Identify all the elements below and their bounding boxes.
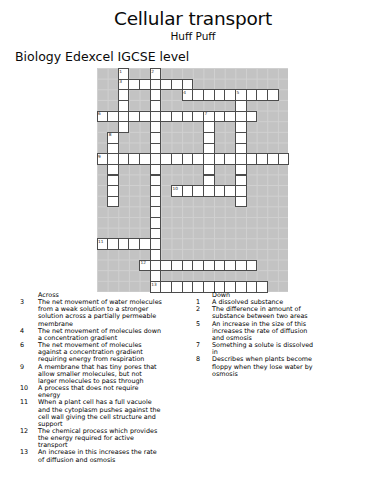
down-clues-section: Down 1A dissolved substance2The differen… [196, 292, 318, 378]
clue: 10A process that does not require energy [20, 385, 162, 399]
cell-number: 12 [141, 260, 146, 265]
grid-cell[interactable] [256, 281, 268, 293]
clue: 11When a plant cell has a full vacuole a… [20, 399, 162, 428]
clue: 8Describes when plants become floppy whe… [196, 356, 318, 377]
cell-number: 2 [151, 69, 154, 74]
clue-text: The net movement of molecules down a con… [38, 328, 162, 342]
worksheet-page: { "header": { "title": "Cellular transpo… [0, 0, 386, 500]
clue-number: 5 [196, 321, 212, 342]
clue: 2The difference in amount of substance b… [196, 306, 318, 320]
page-subtitle: Huff Puff [0, 30, 386, 42]
clue: 9A membrane that has tiny pores that all… [20, 364, 162, 385]
cell-number: 11 [98, 239, 103, 244]
clue-number: 6 [20, 342, 38, 363]
level-label: Biology Edexcel IGCSE level [15, 50, 189, 64]
clue-number: 11 [20, 399, 38, 428]
across-clues-section: Across 3The net movement of water molecu… [20, 292, 162, 464]
clue: 4The net movement of molecules down a co… [20, 328, 162, 342]
clue-text: The difference in amount of substance be… [212, 306, 318, 320]
cell-number: 10 [173, 186, 178, 191]
grid-cell[interactable] [246, 260, 258, 272]
clue-text: The chemical process which provides the … [38, 428, 162, 449]
cell-number: 1 [119, 69, 122, 74]
crossword-grid: 12345678910111213 [97, 68, 289, 292]
clue-text: The net movement of molecules against a … [38, 342, 162, 363]
cell-number: 4 [183, 90, 186, 95]
clue: 5An increase in the size of this increas… [196, 321, 318, 342]
clue-text: A membrane that has tiny pores that allo… [38, 364, 162, 385]
clue-text: An increase in the size of this increase… [212, 321, 318, 342]
clue-number: 9 [20, 364, 38, 385]
clue-number: 13 [20, 449, 38, 463]
clue-number: 3 [20, 299, 38, 328]
clue-number: 7 [196, 342, 212, 356]
clue-number: 4 [20, 328, 38, 342]
clue-number: 8 [196, 356, 212, 377]
clue: 3The net movement of water molecules fro… [20, 299, 162, 328]
grid-cell[interactable] [235, 196, 247, 208]
clue-text: When a plant cell has a full vacuole and… [38, 399, 162, 428]
clue-text: An increase in this increases the rate o… [38, 449, 162, 463]
clue: 13An increase in this increases the rate… [20, 449, 162, 463]
clue-number: 12 [20, 428, 38, 449]
clue-text: The net movement of water molecules from… [38, 299, 162, 328]
cell-number: 7 [205, 111, 208, 116]
cell-number: 5 [236, 90, 239, 95]
grid-cell[interactable] [278, 153, 290, 165]
clue: 6The net movement of molecules against a… [20, 342, 162, 363]
cell-number: 3 [119, 79, 122, 84]
clue: 7Something a solute is dissolved in [196, 342, 318, 356]
cell-number: 13 [151, 282, 156, 287]
cell-number: 8 [109, 132, 112, 137]
clue: 12The chemical process which provides th… [20, 428, 162, 449]
clue-text: Describes when plants become floppy when… [212, 356, 318, 377]
clue-text: A process that does not require energy [38, 385, 162, 399]
cell-number: 9 [98, 154, 101, 159]
grid-cell[interactable] [267, 89, 279, 101]
clue-text: Something a solute is dissolved in [212, 342, 318, 356]
grid-cell[interactable] [246, 111, 258, 123]
cell-number: 6 [98, 111, 101, 116]
grid-cell[interactable] [107, 196, 119, 208]
clue-number: 10 [20, 385, 38, 399]
page-title: Cellular transport [0, 9, 386, 29]
grid-cell[interactable] [118, 121, 130, 133]
clue-number: 2 [196, 306, 212, 320]
